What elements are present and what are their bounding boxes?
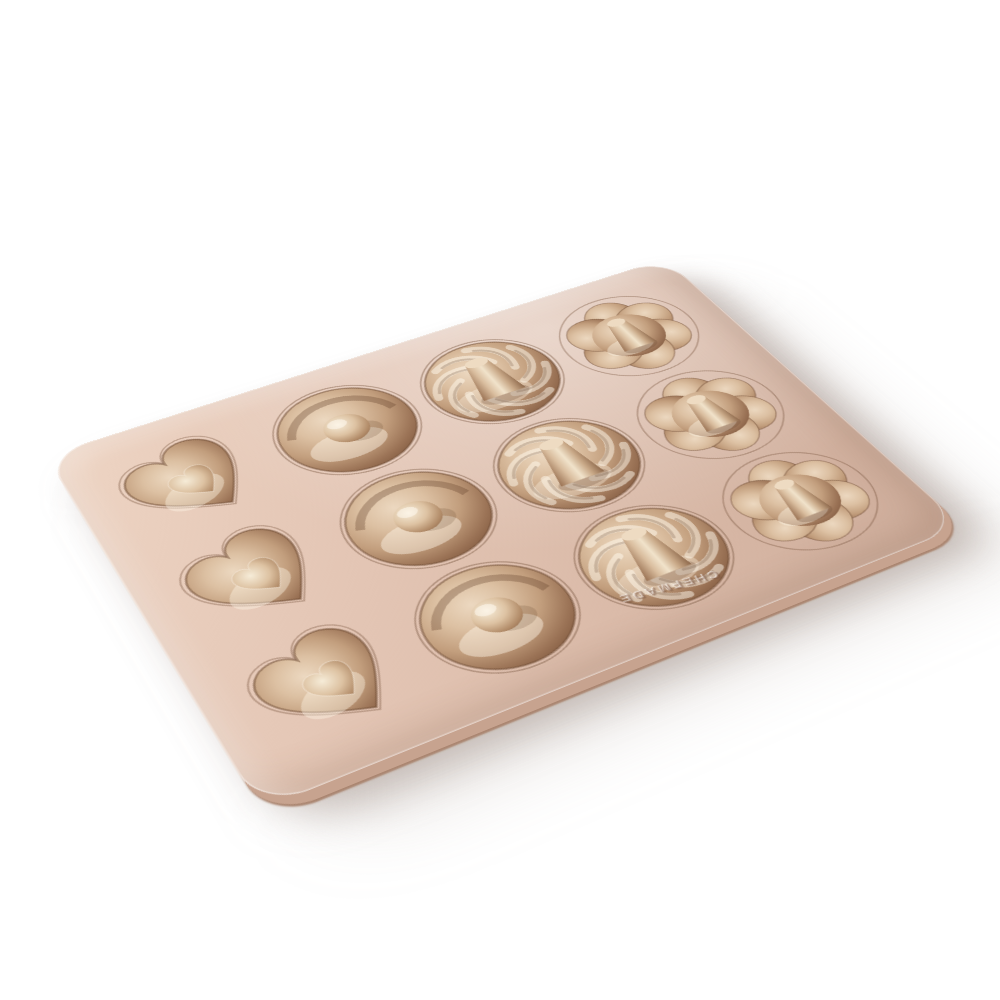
product-scene: CHEFMADE <box>0 0 1000 1000</box>
